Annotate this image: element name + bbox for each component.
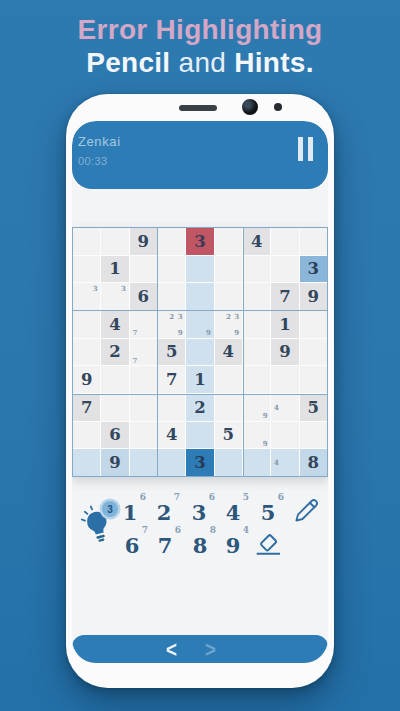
cell-digit: 2 <box>194 398 205 417</box>
cell-digit: 9 <box>279 342 290 361</box>
next-arrow[interactable]: > <box>205 638 216 660</box>
pencil-mark: 4 <box>272 403 280 411</box>
sudoku-cell-r4c5[interactable]: 9 <box>186 311 213 338</box>
pause-icon <box>298 137 303 161</box>
cell-digit: 4 <box>109 315 120 334</box>
sudoku-cell-r2c3[interactable] <box>130 256 157 283</box>
pencil-mark: 4 <box>272 459 280 467</box>
pencil-mark: 9 <box>261 411 269 419</box>
sudoku-cell-r3c2[interactable]: 3 <box>101 283 128 310</box>
sudoku-cell-r2c2[interactable]: 1 <box>101 256 128 283</box>
cell-digit: 1 <box>194 370 205 389</box>
numpad-button-5[interactable]: 56 <box>251 498 285 526</box>
sudoku-cell-r3c4[interactable] <box>158 283 185 310</box>
numpad-remaining-count: 7 <box>174 492 180 502</box>
bottom-nav-bar: < > <box>72 635 328 663</box>
sudoku-cell-r2c8[interactable] <box>271 256 298 283</box>
sudoku-cell-r7c6[interactable] <box>215 394 242 421</box>
numpad-digit: 8 <box>193 533 208 558</box>
numpad-remaining-count: 6 <box>209 492 215 502</box>
sudoku-cell-r5c9[interactable] <box>300 339 327 366</box>
sudoku-cell-r8c4[interactable]: 4 <box>158 422 185 449</box>
cell-digit: 9 <box>138 232 149 251</box>
sudoku-cell-r6c5[interactable]: 1 <box>186 366 213 393</box>
sudoku-cell-r6c2[interactable] <box>101 366 128 393</box>
sudoku-cell-r5c1[interactable] <box>73 339 100 366</box>
cell-digit: 2 <box>109 342 120 361</box>
app-bar: Zenkai 00:33 <box>72 121 328 189</box>
numpad-digit: 7 <box>158 533 173 558</box>
sudoku-cell-r8c8[interactable] <box>271 422 298 449</box>
numpad-remaining-count: 6 <box>140 492 146 502</box>
cell-digit: 3 <box>308 259 319 278</box>
sudoku-board: 9341333679472399239127549971729456459934… <box>72 227 328 477</box>
headline-line2: Pencil and Hints. <box>0 46 400 80</box>
sudoku-cell-r5c3[interactable]: 7 <box>130 339 157 366</box>
sudoku-cell-r8c7[interactable]: 9 <box>243 422 270 449</box>
pencil-mark: 7 <box>131 328 139 336</box>
numpad-digit: 3 <box>192 500 207 525</box>
front-camera-icon <box>242 99 258 115</box>
sudoku-cell-r7c9[interactable]: 5 <box>300 394 327 421</box>
numpad-digit: 2 <box>157 500 172 525</box>
sudoku-grid: 9341333679472399239127549971729456459934… <box>73 228 327 476</box>
sudoku-cell-r7c1[interactable]: 7 <box>73 394 100 421</box>
cell-digit: 5 <box>223 425 234 444</box>
pencil-mark: 3 <box>176 312 184 320</box>
sudoku-cell-r7c3[interactable] <box>130 394 157 421</box>
sudoku-cell-r4c1[interactable] <box>73 311 100 338</box>
sudoku-cell-r4c6[interactable]: 239 <box>215 311 242 338</box>
pause-button[interactable] <box>296 137 316 161</box>
sudoku-cell-r8c3[interactable] <box>130 422 157 449</box>
sudoku-cell-r2c5[interactable] <box>186 256 213 283</box>
sudoku-cell-r8c5[interactable] <box>186 422 213 449</box>
sudoku-cell-r7c4[interactable] <box>158 394 185 421</box>
sudoku-cell-r1c5[interactable]: 3 <box>186 228 213 255</box>
sudoku-cell-r9c9[interactable]: 8 <box>300 449 327 476</box>
sudoku-cell-r9c7[interactable] <box>243 449 270 476</box>
cell-digit: 5 <box>308 398 319 417</box>
sudoku-cell-r8c2[interactable]: 6 <box>101 422 128 449</box>
cell-digit: 7 <box>81 398 92 417</box>
pencil-icon <box>291 496 321 526</box>
sudoku-cell-r1c8[interactable] <box>271 228 298 255</box>
sudoku-cell-r9c3[interactable] <box>130 449 157 476</box>
sudoku-cell-r1c4[interactable] <box>158 228 185 255</box>
pencil-mark: 3 <box>233 312 241 320</box>
sudoku-cell-r2c7[interactable] <box>243 256 270 283</box>
headline-word-hints: Hints. <box>234 47 314 78</box>
sudoku-cell-r1c9[interactable] <box>300 228 327 255</box>
cell-digit: 3 <box>194 453 205 472</box>
sudoku-cell-r6c8[interactable] <box>271 366 298 393</box>
sudoku-cell-r5c6[interactable]: 4 <box>215 339 242 366</box>
sudoku-cell-r1c6[interactable] <box>215 228 242 255</box>
pencil-mark: 9 <box>233 328 241 336</box>
cell-digit: 1 <box>109 259 120 278</box>
sudoku-cell-r3c3[interactable]: 6 <box>130 283 157 310</box>
sudoku-cell-r9c8[interactable]: 4 <box>271 449 298 476</box>
sudoku-cell-r3c9[interactable]: 9 <box>300 283 327 310</box>
numpad-digit: 4 <box>226 500 241 525</box>
sudoku-cell-r8c6[interactable]: 5 <box>215 422 242 449</box>
pause-icon <box>308 137 313 161</box>
numpad-digit: 1 <box>123 500 138 525</box>
cell-digit: 8 <box>308 453 319 472</box>
pencil-mark: 9 <box>204 328 212 336</box>
cell-digit: 1 <box>279 315 290 334</box>
sudoku-cell-r4c8[interactable]: 1 <box>271 311 298 338</box>
sudoku-cell-r3c1[interactable]: 3 <box>73 283 100 310</box>
numpad-button-8[interactable]: 88 <box>183 531 217 559</box>
sudoku-cell-r8c1[interactable] <box>73 422 100 449</box>
sudoku-cell-r9c1[interactable] <box>73 449 100 476</box>
cell-digit: 9 <box>109 453 120 472</box>
numpad-button-3[interactable]: 36 <box>182 498 216 526</box>
numpad-digit: 5 <box>261 500 276 525</box>
sudoku-cell-r4c3[interactable]: 7 <box>130 311 157 338</box>
headline-word-pencil: Pencil <box>86 47 170 78</box>
numpad-remaining-count: 4 <box>243 525 249 535</box>
cell-digit: 7 <box>166 370 177 389</box>
sudoku-cell-r5c2[interactable]: 2 <box>101 339 128 366</box>
numpad-button-2[interactable]: 27 <box>147 498 181 526</box>
sudoku-cell-r4c4[interactable]: 239 <box>158 311 185 338</box>
numpad-remaining-count: 6 <box>278 492 284 502</box>
pencil-mark: 7 <box>131 356 139 364</box>
sudoku-cell-r4c9[interactable] <box>300 311 327 338</box>
sudoku-cell-r9c5[interactable]: 3 <box>186 449 213 476</box>
pencil-mark: 3 <box>91 284 99 292</box>
cell-digit: 9 <box>81 370 92 389</box>
sudoku-cell-r1c3[interactable]: 9 <box>130 228 157 255</box>
sudoku-cell-r6c3[interactable] <box>130 366 157 393</box>
numpad-button-4[interactable]: 45 <box>216 498 250 526</box>
pencil-mark: 2 <box>167 312 175 320</box>
sudoku-cell-r6c1[interactable]: 9 <box>73 366 100 393</box>
sudoku-cell-r5c5[interactable] <box>186 339 213 366</box>
headline: Error Highlighting Pencil and Hints. <box>0 13 400 80</box>
pencil-mark: 9 <box>176 328 184 336</box>
sudoku-cell-r1c2[interactable] <box>101 228 128 255</box>
cell-digit: 3 <box>194 232 205 251</box>
proximity-sensor-icon <box>274 103 282 111</box>
numpad-digit: 6 <box>125 533 140 558</box>
cell-digit: 6 <box>109 425 120 444</box>
sudoku-cell-r3c7[interactable] <box>243 283 270 310</box>
pencil-mark: 2 <box>224 312 232 320</box>
sudoku-cell-r4c7[interactable] <box>243 311 270 338</box>
numpad-button-6[interactable]: 67 <box>115 531 149 559</box>
numpad-digit: 9 <box>226 533 241 558</box>
pencil-mark: 9 <box>261 439 269 447</box>
numpad-button-9[interactable]: 94 <box>216 531 250 559</box>
app-screen: Zenkai 00:33 934133367947239923912754997… <box>72 121 328 663</box>
sudoku-cell-r7c7[interactable]: 9 <box>243 394 270 421</box>
headline-line1: Error Highlighting <box>0 13 400 46</box>
sudoku-cell-r5c7[interactable] <box>243 339 270 366</box>
sudoku-cell-r2c6[interactable] <box>215 256 242 283</box>
prev-arrow[interactable]: < <box>166 638 177 660</box>
sudoku-cell-r5c8[interactable]: 9 <box>271 339 298 366</box>
sudoku-cell-r6c4[interactable]: 7 <box>158 366 185 393</box>
sudoku-cell-r6c7[interactable] <box>243 366 270 393</box>
speaker-grille-icon <box>179 105 217 111</box>
cell-digit: 5 <box>166 342 177 361</box>
sudoku-cell-r2c9[interactable]: 3 <box>300 256 327 283</box>
numpad-button-7[interactable]: 76 <box>148 531 182 559</box>
eraser-button[interactable] <box>252 528 284 560</box>
sudoku-cell-r6c9[interactable] <box>300 366 327 393</box>
cell-digit: 9 <box>308 287 319 306</box>
cell-digit: 4 <box>251 232 262 251</box>
numpad-button-1[interactable]: 16 <box>113 498 147 526</box>
cell-digit: 4 <box>166 425 177 444</box>
sudoku-cell-r3c5[interactable] <box>186 283 213 310</box>
sudoku-cell-r8c9[interactable] <box>300 422 327 449</box>
sudoku-cell-r9c6[interactable] <box>215 449 242 476</box>
sudoku-cell-r2c4[interactable] <box>158 256 185 283</box>
sudoku-cell-r2c1[interactable] <box>73 256 100 283</box>
sudoku-cell-r9c2[interactable]: 9 <box>101 449 128 476</box>
game-timer: 00:33 <box>78 155 108 167</box>
sudoku-cell-r7c2[interactable] <box>101 394 128 421</box>
eraser-icon <box>252 528 284 560</box>
pencil-mode-button[interactable] <box>291 496 321 526</box>
sudoku-cell-r5c4[interactable]: 5 <box>158 339 185 366</box>
cell-digit: 4 <box>223 342 234 361</box>
phone-mockup: Zenkai 00:33 934133367947239923912754997… <box>66 94 334 688</box>
cell-digit: 7 <box>279 287 290 306</box>
sudoku-cell-r7c5[interactable]: 2 <box>186 394 213 421</box>
sudoku-cell-r6c6[interactable] <box>215 366 242 393</box>
pencil-mark: 3 <box>119 284 127 292</box>
headline-word-and: and <box>170 47 234 78</box>
numpad-remaining-count: 6 <box>175 525 181 535</box>
sudoku-cell-r3c6[interactable] <box>215 283 242 310</box>
sudoku-cell-r1c7[interactable]: 4 <box>243 228 270 255</box>
sudoku-cell-r1c1[interactable] <box>73 228 100 255</box>
sudoku-cell-r3c8[interactable]: 7 <box>271 283 298 310</box>
cell-digit: 6 <box>138 287 149 306</box>
app-title: Zenkai <box>78 134 121 149</box>
sudoku-cell-r7c8[interactable]: 4 <box>271 394 298 421</box>
sudoku-cell-r4c2[interactable]: 4 <box>101 311 128 338</box>
sudoku-cell-r9c4[interactable] <box>158 449 185 476</box>
numpad-remaining-count: 5 <box>243 492 249 502</box>
